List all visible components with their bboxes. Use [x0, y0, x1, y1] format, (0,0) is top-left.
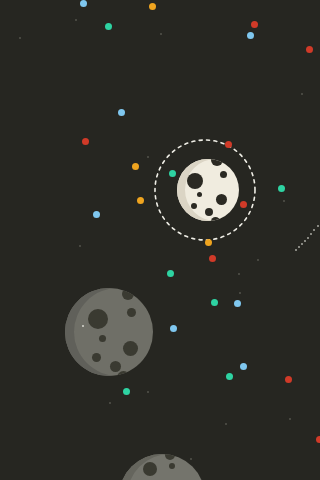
star-blue: [93, 211, 100, 218]
star-blue: [247, 32, 254, 39]
star-red: [225, 141, 232, 148]
trail-dot: [301, 243, 304, 246]
star-red: [306, 46, 313, 53]
crater: [211, 159, 223, 166]
crater: [143, 462, 157, 476]
crater: [88, 309, 108, 329]
crater: [165, 454, 175, 460]
crater: [216, 194, 227, 205]
star-blue: [80, 0, 87, 7]
star-green: [278, 185, 285, 192]
star-orange: [205, 239, 212, 246]
star-speck: [239, 292, 241, 294]
star-blue: [118, 109, 125, 116]
star-speck: [109, 402, 111, 404]
star-red: [316, 436, 320, 443]
star-speck: [283, 200, 285, 202]
star-speck: [160, 33, 162, 35]
star-orange: [137, 197, 144, 204]
crater: [122, 288, 134, 300]
trail-dot: [304, 240, 307, 243]
star-blue: [170, 325, 177, 332]
star-red: [285, 376, 292, 383]
star-speck: [75, 19, 77, 21]
crater: [169, 463, 175, 469]
star-speck: [238, 273, 240, 275]
mid-moon[interactable]: [65, 288, 153, 376]
star-green: [169, 170, 176, 177]
star-red: [209, 255, 216, 262]
star-speck: [19, 37, 21, 39]
crater: [220, 171, 227, 178]
star-blue: [240, 363, 247, 370]
game-scene[interactable]: [0, 0, 320, 480]
star-speck: [79, 245, 81, 247]
trail-dot: [298, 246, 301, 249]
star-speck: [257, 259, 259, 261]
star-speck: [147, 156, 149, 158]
star-red: [240, 201, 247, 208]
star-speck: [82, 325, 84, 327]
star-orange: [132, 163, 139, 170]
crater: [187, 173, 203, 189]
trail-dot: [317, 225, 320, 228]
trail-dot: [310, 233, 313, 236]
star-red: [82, 138, 89, 145]
star-green: [167, 270, 174, 277]
main-moon[interactable]: [177, 159, 239, 221]
star-speck: [225, 423, 227, 425]
star-green: [226, 373, 233, 380]
crater: [191, 203, 197, 209]
crater: [110, 361, 121, 372]
trail-dot: [307, 237, 310, 240]
crater: [123, 341, 138, 356]
star-speck: [190, 458, 192, 460]
star-green: [123, 388, 130, 395]
star-blue: [234, 300, 241, 307]
star-green: [105, 23, 112, 30]
crater: [127, 308, 136, 317]
crater: [205, 208, 213, 216]
star-green: [211, 299, 218, 306]
star-speck: [301, 93, 303, 95]
crater: [99, 335, 106, 342]
crater: [117, 371, 130, 377]
bottom-moon[interactable]: [119, 454, 205, 480]
star-red: [251, 21, 258, 28]
crater: [197, 192, 202, 197]
trail-dot: [313, 229, 316, 232]
crater: [92, 353, 101, 362]
crater: [211, 217, 220, 222]
star-orange: [149, 3, 156, 10]
star-speck: [147, 391, 149, 393]
star-speck: [289, 418, 291, 420]
trail-dot: [295, 249, 298, 252]
